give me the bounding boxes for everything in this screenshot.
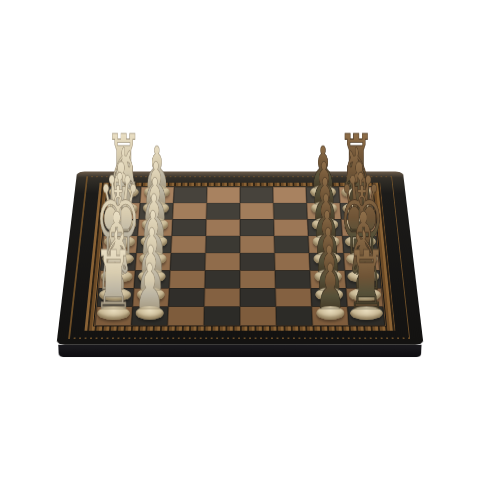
square-h4	[204, 307, 240, 326]
chess-set-photo: ♜♟♟♜♞♟♟♞♝♟♟♝♛♟♟♛♚♟♟♚♝♟♟♝♞♟♟♞♜♟♟♜	[0, 0, 480, 480]
square-c4	[206, 219, 240, 236]
black-pawn: ♟	[304, 255, 357, 320]
square-f5	[240, 270, 275, 288]
board-grid: ♜♟♟♜♞♟♟♞♝♟♟♝♛♟♟♛♚♟♟♚♝♟♟♝♞♟♟♞♜♟♟♜	[95, 187, 385, 325]
square-h2: ♟	[131, 307, 168, 326]
square-e4	[205, 253, 240, 270]
square-h5	[240, 307, 276, 326]
square-b5	[240, 203, 274, 219]
scene: ♜♟♟♜♞♟♟♞♝♟♟♝♛♟♟♛♚♟♟♚♝♟♟♝♞♟♟♞♜♟♟♜	[0, 0, 480, 480]
square-d5	[240, 236, 275, 253]
square-d4	[205, 236, 240, 253]
board-front-edge	[58, 345, 421, 357]
square-b4	[206, 203, 240, 219]
square-h7: ♟	[312, 307, 349, 326]
square-e5	[240, 253, 275, 270]
square-c5	[240, 219, 274, 236]
chess-board: ♜♟♟♜♞♟♟♞♝♟♟♝♛♟♟♛♚♟♟♚♝♟♟♝♞♟♟♞♜♟♟♜	[56, 172, 423, 345]
white-pawn: ♟	[123, 255, 176, 320]
square-g5	[240, 288, 276, 306]
white-pawn-glyph: ♟	[123, 255, 176, 317]
black-pawn-glyph: ♟	[304, 255, 357, 317]
square-g4	[204, 288, 240, 306]
square-f4	[205, 270, 240, 288]
